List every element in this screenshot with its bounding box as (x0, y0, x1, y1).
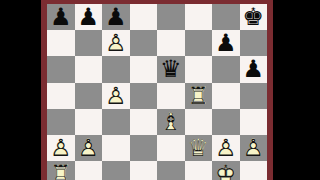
white-pawn-outline-h2: ♙ (240, 135, 268, 161)
square-g2: ♟♙ (212, 135, 240, 161)
square-c3 (102, 109, 130, 135)
square-e6 (157, 30, 185, 56)
white-queen-f2: ♛ (185, 135, 213, 161)
white-rook-a1: ♜ (47, 161, 75, 180)
square-g4 (212, 83, 240, 109)
black-pawn-c7: ♟ (102, 4, 130, 30)
square-b4 (75, 83, 103, 109)
square-c5 (102, 56, 130, 82)
square-d1 (130, 161, 158, 180)
square-h4 (240, 83, 268, 109)
white-pawn-outline-g2: ♙ (212, 135, 240, 161)
square-e7 (157, 4, 185, 30)
square-a4 (47, 83, 75, 109)
square-b7: ♟ (75, 4, 103, 30)
square-c7: ♟ (102, 4, 130, 30)
white-king-g1: ♚ (212, 161, 240, 180)
square-b3 (75, 109, 103, 135)
square-f6 (185, 30, 213, 56)
black-queen-e5: ♛ (157, 56, 185, 82)
square-g3 (212, 109, 240, 135)
white-pawn-g2: ♟ (212, 135, 240, 161)
square-h1 (240, 161, 268, 180)
square-c2 (102, 135, 130, 161)
square-f5 (185, 56, 213, 82)
square-c4: ♟♙ (102, 83, 130, 109)
black-pawn-g6: ♟ (212, 30, 240, 56)
square-e4 (157, 83, 185, 109)
square-h7: ♚ (240, 4, 268, 30)
square-g7 (212, 4, 240, 30)
square-e3: ♝♗ (157, 109, 185, 135)
square-a1: ♜♖ (47, 161, 75, 180)
square-d4 (130, 83, 158, 109)
square-f3 (185, 109, 213, 135)
square-b2: ♟♙ (75, 135, 103, 161)
square-d6 (130, 30, 158, 56)
white-pawn-c4: ♟ (102, 83, 130, 109)
square-d3 (130, 109, 158, 135)
square-h5: ♟ (240, 56, 268, 82)
video-frame: ♟♟♟♚♟♙♟♛♟♟♙♜♖♝♗♟♙♟♙♛♕♟♙♟♙♜♖♚♔ (0, 0, 320, 180)
square-b6 (75, 30, 103, 56)
black-king-h7: ♚ (240, 4, 268, 30)
square-g1: ♚♔ (212, 161, 240, 180)
square-a3 (47, 109, 75, 135)
white-rook-outline-f4: ♖ (185, 83, 213, 109)
square-f4: ♜♖ (185, 83, 213, 109)
square-f7 (185, 4, 213, 30)
white-pawn-h2: ♟ (240, 135, 268, 161)
square-c1 (102, 161, 130, 180)
square-h6 (240, 30, 268, 56)
square-e5: ♛ (157, 56, 185, 82)
white-queen-outline-f2: ♕ (185, 135, 213, 161)
square-g5 (212, 56, 240, 82)
white-pawn-c6: ♟ (102, 30, 130, 56)
square-c6: ♟♙ (102, 30, 130, 56)
square-h3 (240, 109, 268, 135)
square-a6 (47, 30, 75, 56)
white-pawn-b2: ♟ (75, 135, 103, 161)
square-e2 (157, 135, 185, 161)
square-b5 (75, 56, 103, 82)
black-pawn-a7: ♟ (47, 4, 75, 30)
square-f1 (185, 161, 213, 180)
square-b1 (75, 161, 103, 180)
white-rook-outline-a1: ♖ (47, 161, 75, 180)
white-pawn-outline-b2: ♙ (75, 135, 103, 161)
square-d2 (130, 135, 158, 161)
white-pawn-outline-c4: ♙ (102, 83, 130, 109)
square-f2: ♛♕ (185, 135, 213, 161)
black-pawn-b7: ♟ (75, 4, 103, 30)
white-pawn-a2: ♟ (47, 135, 75, 161)
board-frame: ♟♟♟♚♟♙♟♛♟♟♙♜♖♝♗♟♙♟♙♛♕♟♙♟♙♜♖♚♔ (41, 0, 273, 180)
square-h2: ♟♙ (240, 135, 268, 161)
white-rook-f4: ♜ (185, 83, 213, 109)
square-a7: ♟ (47, 4, 75, 30)
square-d7 (130, 4, 158, 30)
white-bishop-e3: ♝ (157, 109, 185, 135)
white-bishop-outline-e3: ♗ (157, 109, 185, 135)
white-king-outline-g1: ♔ (212, 161, 240, 180)
white-pawn-outline-a2: ♙ (47, 135, 75, 161)
square-a5 (47, 56, 75, 82)
black-pawn-h5: ♟ (240, 56, 268, 82)
square-a2: ♟♙ (47, 135, 75, 161)
square-g6: ♟ (212, 30, 240, 56)
chess-board: ♟♟♟♚♟♙♟♛♟♟♙♜♖♝♗♟♙♟♙♛♕♟♙♟♙♜♖♚♔ (47, 4, 267, 180)
white-pawn-outline-c6: ♙ (102, 30, 130, 56)
square-d5 (130, 56, 158, 82)
square-e1 (157, 161, 185, 180)
